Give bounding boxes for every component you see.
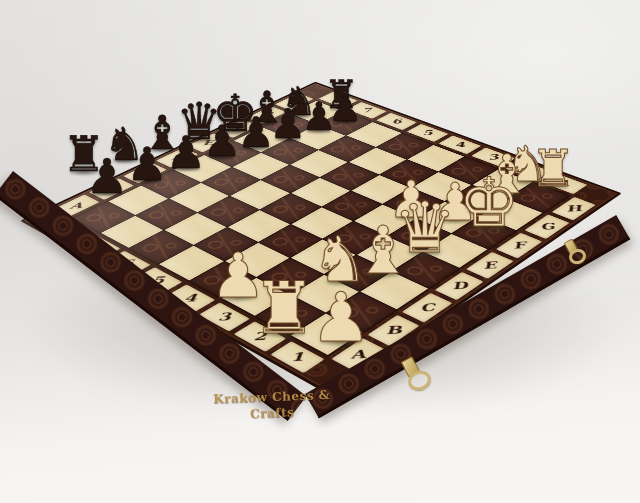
- coord-label: E: [202, 139, 214, 147]
- coord-label: D: [450, 280, 468, 292]
- coord-label: 6: [391, 117, 402, 125]
- coord-label: C: [138, 168, 152, 177]
- coord-label: C: [419, 301, 436, 314]
- coord-label: 3: [487, 153, 500, 162]
- coord-label: 4: [454, 140, 466, 149]
- coord-label: F: [512, 240, 527, 251]
- coord-label: 2: [253, 330, 266, 344]
- watermark: Krakow Chess & Crafts: [192, 387, 353, 424]
- coord-label: F: [233, 125, 244, 133]
- coord-label: 3: [217, 310, 231, 323]
- piece-shadow: [70, 169, 98, 176]
- watermark-line1: Krakow Chess &: [213, 388, 330, 406]
- coord-label: H: [564, 203, 583, 213]
- watermark-line2: Crafts: [250, 405, 295, 421]
- coord-label: A: [69, 201, 84, 211]
- coord-label: G: [261, 111, 273, 119]
- product-photo-scene: ABCDEFGH ABCDEFGH 87654321 87654321 Krak…: [0, 0, 640, 503]
- coord-label: H: [288, 98, 301, 106]
- coord-label: 1: [291, 350, 304, 364]
- coord-label: 5: [422, 129, 434, 137]
- coord-label: D: [170, 153, 184, 162]
- coord-label: 1: [557, 179, 571, 189]
- coord-label: 2: [521, 165, 535, 174]
- coord-label: G: [538, 221, 556, 232]
- coord-label: B: [385, 323, 402, 337]
- black-knight-icon: ♞: [103, 121, 144, 167]
- coord-label: E: [482, 259, 498, 271]
- coord-label: 8: [333, 96, 343, 103]
- piece-shadow: [111, 157, 138, 164]
- coord-label: B: [104, 184, 119, 194]
- black-rook-icon: ♜: [62, 130, 106, 179]
- coord-label: 7: [361, 106, 372, 114]
